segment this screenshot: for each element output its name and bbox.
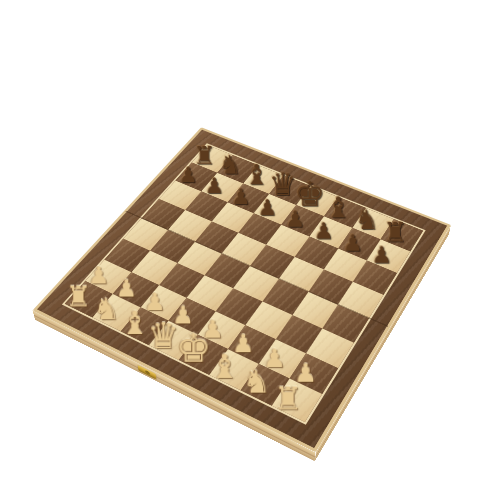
white-pawn-c2: ♟ xyxy=(137,291,171,314)
square-d2: ♟ xyxy=(169,298,216,335)
board-top-face: ♜♞♝♛♚♝♞♜♟♟♟♟♟♟♟♟♟♟♟♟♟♟♟♟♜♞♝♛♚♝♞♜ xyxy=(32,127,451,452)
product-photo: ♜♞♝♛♚♝♞♜♟♟♟♟♟♟♟♟♟♟♟♟♟♟♟♟♜♞♝♛♚♝♞♜ xyxy=(0,0,500,500)
chess-board: ♜♞♝♛♚♝♞♜♟♟♟♟♟♟♟♟♟♟♟♟♟♟♟♟♜♞♝♛♚♝♞♜ xyxy=(32,127,451,452)
playing-area: ♜♞♝♛♚♝♞♜♟♟♟♟♟♟♟♟♟♟♟♟♟♟♟♟♜♞♝♛♚♝♞♜ xyxy=(62,143,426,424)
